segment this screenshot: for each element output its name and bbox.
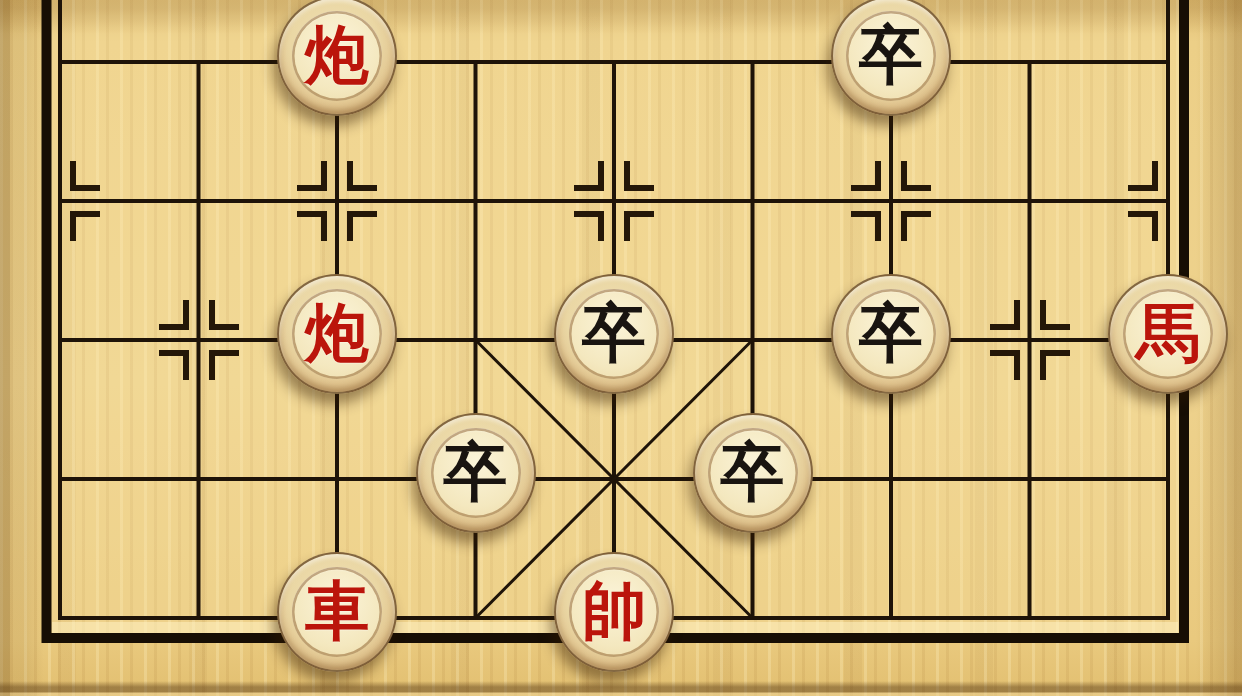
piece-character: 車 [279,553,395,669]
piece-character: 炮 [279,275,395,391]
piece-character: 卒 [418,414,534,530]
piece-red-cannon-c6[interactable]: 炮 [277,0,397,116]
piece-character: 帥 [556,553,672,669]
piece-black-soldier-f9[interactable]: 卒 [693,413,813,533]
piece-character: 卒 [833,0,949,113]
piece-character: 馬 [1110,275,1226,391]
piece-black-soldier-g6[interactable]: 卒 [831,0,951,116]
piece-red-general-e10[interactable]: 帥 [554,552,674,672]
piece-character: 卒 [833,275,949,391]
piece-red-horse-i8[interactable]: 馬 [1108,274,1228,394]
piece-character: 炮 [279,0,395,113]
xiangqi-board-view: 炮卒炮卒卒馬卒卒車帥 [0,0,1242,696]
piece-black-soldier-d9[interactable]: 卒 [416,413,536,533]
piece-black-soldier-g8[interactable]: 卒 [831,274,951,394]
piece-character: 卒 [556,275,672,391]
piece-red-chariot-c10[interactable]: 車 [277,552,397,672]
piece-black-soldier-e8[interactable]: 卒 [554,274,674,394]
piece-character: 卒 [695,414,811,530]
pieces-layer: 炮卒炮卒卒馬卒卒車帥 [0,0,1237,688]
piece-red-cannon-c8[interactable]: 炮 [277,274,397,394]
